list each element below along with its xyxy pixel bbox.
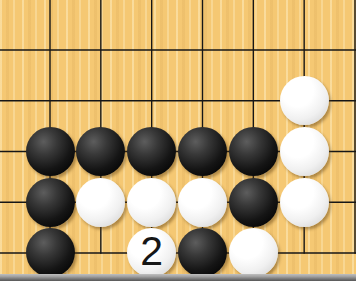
black-stone bbox=[127, 127, 176, 176]
white-stone bbox=[280, 127, 329, 176]
move-number-label: 2 bbox=[140, 231, 163, 272]
black-stone bbox=[26, 178, 75, 227]
board-bottom-edge bbox=[0, 274, 356, 281]
white-stone bbox=[229, 228, 278, 277]
black-stone bbox=[178, 127, 227, 176]
white-stone bbox=[280, 178, 329, 227]
black-stone bbox=[26, 228, 75, 277]
black-stone bbox=[76, 127, 125, 176]
black-stone bbox=[229, 127, 278, 176]
black-stone bbox=[26, 127, 75, 176]
white-stone bbox=[178, 178, 227, 227]
white-stone-move-2: 2 bbox=[127, 228, 176, 277]
go-board[interactable]: 2 bbox=[0, 0, 356, 281]
stone-grid: 2 bbox=[25, 25, 356, 279]
black-stone bbox=[178, 228, 227, 277]
white-stone bbox=[280, 76, 329, 125]
white-stone bbox=[127, 178, 176, 227]
black-stone bbox=[229, 178, 278, 227]
white-stone bbox=[76, 178, 125, 227]
